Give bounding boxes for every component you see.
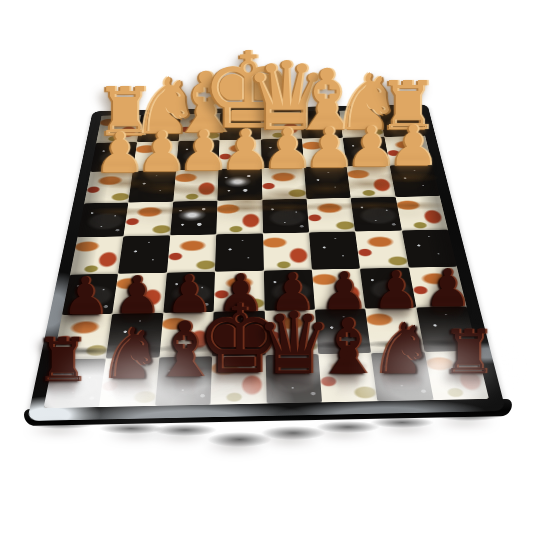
photo-scene: ♜♜♞♞♝♝♚♚♛♛♝♝♞♞♜♜♟♟♟♟♟♟♟♟♟♟♟♟♟♟♟♟♟♟♟♟♟♟♟♟… xyxy=(0,0,533,533)
piece-reflection: ♟ xyxy=(368,151,458,207)
black-rook[interactable]: ♜♜ xyxy=(424,322,514,418)
white-pawn[interactable]: ♟♟ xyxy=(368,118,458,206)
pieces-layer: ♜♜♞♞♝♝♚♚♛♛♝♝♞♞♜♜♟♟♟♟♟♟♟♟♟♟♟♟♟♟♟♟♟♟♟♟♟♟♟♟… xyxy=(0,0,533,533)
piece-reflection: ♜ xyxy=(424,357,514,418)
